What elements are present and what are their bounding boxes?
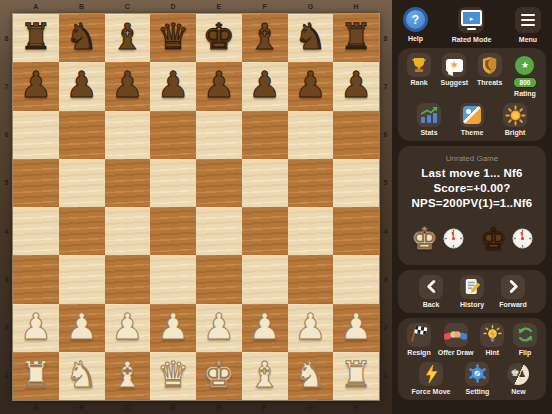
bright-button[interactable]: Bright: [501, 103, 529, 136]
engine-pv-text: NPS=200PV(1)=1..Nf6: [400, 196, 544, 211]
rating-button[interactable]: ★ 800 Rating: [511, 53, 539, 97]
suggest-label: Suggest: [441, 79, 469, 86]
square-f1[interactable]: ♝: [242, 352, 288, 400]
square-f7[interactable]: ♟: [242, 62, 288, 110]
rank-label-left-7: 7: [0, 62, 13, 110]
piece-black-pawn[interactable]: ♟: [248, 67, 280, 103]
new-game-icon: ♚♟: [506, 362, 530, 386]
square-e3[interactable]: [196, 255, 242, 303]
rank-label: Rank: [410, 79, 427, 86]
history-button[interactable]: History: [458, 275, 486, 308]
piece-white-knight[interactable]: ♞: [65, 357, 97, 393]
piece-white-pawn[interactable]: ♟: [65, 309, 97, 345]
square-e2[interactable]: ♟: [196, 304, 242, 352]
square-c7[interactable]: ♟: [105, 62, 151, 110]
file-labels-bottom: ABCDEFGH: [13, 401, 379, 414]
rating-badge: 800: [513, 77, 538, 88]
square-f6[interactable]: [242, 111, 288, 159]
square-g7[interactable]: ♟: [288, 62, 334, 110]
side-panel: ? Help ▸ Rated Mode Menu Rank ★: [392, 0, 552, 414]
force-move-button[interactable]: Force Move: [412, 362, 451, 395]
tools-card: Rank ★ Suggest Threats ★ 800 Rating: [398, 48, 546, 141]
rated-mode-label: Rated Mode: [452, 36, 492, 43]
file-label-bottom-d: D: [150, 401, 196, 414]
rating-label: Rating: [514, 90, 536, 97]
new-game-button[interactable]: ♚♟ New: [504, 362, 532, 395]
square-c5[interactable]: [105, 159, 151, 207]
question-mark-icon: ?: [403, 7, 428, 32]
actions-card: Resign Offer Draw Hint Flip: [398, 318, 546, 400]
new-label: New: [511, 388, 525, 395]
square-a6[interactable]: [13, 111, 59, 159]
rank-label-right-4: 4: [379, 207, 392, 255]
back-label: Back: [423, 301, 440, 308]
piece-black-rook[interactable]: ♜: [20, 19, 52, 55]
bright-label: Bright: [505, 129, 526, 136]
rank-label-right-3: 3: [379, 255, 392, 303]
resign-label: Resign: [407, 349, 430, 356]
square-c4[interactable]: [105, 207, 151, 255]
rotate-arrows-icon: [513, 323, 537, 347]
piece-black-bishop[interactable]: ♝: [111, 19, 143, 55]
back-button[interactable]: Back: [417, 275, 445, 308]
piece-white-bishop[interactable]: ♝: [111, 357, 143, 393]
rank-button[interactable]: Rank: [405, 53, 433, 86]
square-h8[interactable]: ♜: [333, 14, 379, 62]
piece-black-king[interactable]: ♚: [203, 19, 235, 55]
piece-black-bishop[interactable]: ♝: [248, 19, 280, 55]
file-label-bottom-b: B: [59, 401, 105, 414]
piece-white-queen[interactable]: ♛: [157, 357, 189, 393]
square-g1[interactable]: ♞: [288, 352, 334, 400]
flip-button[interactable]: Flip: [511, 323, 539, 356]
square-d4[interactable]: [150, 207, 196, 255]
square-h6[interactable]: [333, 111, 379, 159]
chevron-right-icon: [501, 275, 525, 299]
picture-icon: [460, 103, 484, 127]
piece-white-bishop[interactable]: ♝: [248, 357, 280, 393]
rated-mode-button[interactable]: ▸ Rated Mode: [452, 7, 492, 43]
file-label-top-f: F: [242, 0, 288, 13]
speech-star-icon: ★: [442, 53, 466, 77]
piece-white-pawn[interactable]: ♟: [294, 309, 326, 345]
menu-button[interactable]: Menu: [515, 7, 541, 43]
file-label-top-g: G: [288, 0, 334, 13]
rank-labels-left: 87654321: [0, 14, 13, 400]
square-a5[interactable]: [13, 159, 59, 207]
forward-button[interactable]: Forward: [499, 275, 527, 308]
help-label: Help: [408, 35, 423, 42]
monitor-play-icon: ▸: [458, 7, 484, 33]
piece-white-king[interactable]: ♚: [203, 357, 235, 393]
file-label-bottom-g: G: [288, 401, 334, 414]
piece-black-pawn[interactable]: ♟: [20, 67, 52, 103]
square-d2[interactable]: ♟: [150, 304, 196, 352]
square-d7[interactable]: ♟: [150, 62, 196, 110]
threats-button[interactable]: Threats: [476, 53, 504, 86]
game-mode-label: Unrated Game: [400, 154, 544, 163]
square-d3[interactable]: [150, 255, 196, 303]
square-e7[interactable]: ♟: [196, 62, 242, 110]
square-g8[interactable]: ♞: [288, 14, 334, 62]
stats-label: Stats: [420, 129, 437, 136]
theme-label: Theme: [461, 129, 484, 136]
square-b6[interactable]: [59, 111, 105, 159]
rank-label-left-6: 6: [0, 111, 13, 159]
lightbulb-icon: [480, 323, 504, 347]
flip-label: Flip: [519, 349, 531, 356]
square-b8[interactable]: ♞: [59, 14, 105, 62]
file-label-bottom-f: F: [242, 401, 288, 414]
square-f4[interactable]: [242, 207, 288, 255]
piece-white-pawn[interactable]: ♟: [248, 309, 280, 345]
rank-label-left-8: 8: [0, 14, 13, 62]
file-label-bottom-a: A: [13, 401, 59, 414]
piece-black-knight[interactable]: ♞: [294, 19, 326, 55]
piece-white-pawn[interactable]: ♟: [203, 309, 235, 345]
black-king-icon: ♚: [480, 224, 507, 254]
file-label-top-d: D: [150, 0, 196, 13]
piece-black-queen[interactable]: ♛: [157, 19, 189, 55]
top-button-row: ? Help ▸ Rated Mode Menu: [398, 4, 546, 43]
square-e5[interactable]: [196, 159, 242, 207]
help-button[interactable]: ? Help: [403, 7, 428, 42]
checkered-flag-icon: [407, 323, 431, 347]
square-a4[interactable]: [13, 207, 59, 255]
piece-black-pawn[interactable]: ♟: [65, 67, 97, 103]
square-g2[interactable]: ♟: [288, 304, 334, 352]
status-card: Unrated Game Last move 1... Nf6 Score=+0…: [398, 146, 546, 265]
square-h5[interactable]: [333, 159, 379, 207]
clocks-row: ♚ ♚: [400, 224, 544, 254]
force-move-label: Force Move: [412, 388, 451, 395]
square-e8[interactable]: ♚: [196, 14, 242, 62]
piece-white-rook[interactable]: ♜: [340, 357, 372, 393]
square-b2[interactable]: ♟: [59, 304, 105, 352]
score-text: Score=+0.00?: [400, 181, 544, 196]
square-d6[interactable]: [150, 111, 196, 159]
square-a7[interactable]: ♟: [13, 62, 59, 110]
rank-label-right-5: 5: [379, 159, 392, 207]
piece-white-knight[interactable]: ♞: [294, 357, 326, 393]
chess-board[interactable]: ♜♞♝♛♚♝♞♜♟♟♟♟♟♟♟♟♟♟♟♟♟♟♟♟♜♞♝♛♚♝♞♜: [13, 14, 379, 400]
file-label-bottom-h: H: [333, 401, 379, 414]
square-h2[interactable]: ♟: [333, 304, 379, 352]
chevron-left-icon: [419, 275, 443, 299]
last-move-text: Last move 1... Nf6: [400, 166, 544, 181]
square-b3[interactable]: [59, 255, 105, 303]
piece-black-pawn[interactable]: ♟: [203, 67, 235, 103]
square-f8[interactable]: ♝: [242, 14, 288, 62]
square-h3[interactable]: [333, 255, 379, 303]
square-e6[interactable]: [196, 111, 242, 159]
rank-label-right-6: 6: [379, 111, 392, 159]
white-clock-icon: [443, 228, 464, 249]
history-label: History: [460, 301, 484, 308]
document-pencil-icon: [460, 275, 484, 299]
lightning-icon: [419, 362, 443, 386]
shield-icon: [478, 53, 502, 77]
piece-black-pawn[interactable]: ♟: [157, 67, 189, 103]
file-label-top-c: C: [105, 0, 151, 13]
square-c1[interactable]: ♝: [105, 352, 151, 400]
rank-label-right-8: 8: [379, 14, 392, 62]
piece-black-rook[interactable]: ♜: [340, 19, 372, 55]
white-king-icon: ♚: [411, 224, 438, 254]
rank-label-right-1: 1: [379, 352, 392, 400]
file-label-top-e: E: [196, 0, 242, 13]
bar-chart-icon: [417, 103, 441, 127]
square-a8[interactable]: ♜: [13, 14, 59, 62]
piece-white-pawn[interactable]: ♟: [157, 309, 189, 345]
piece-white-pawn[interactable]: ♟: [20, 309, 52, 345]
square-b7[interactable]: ♟: [59, 62, 105, 110]
piece-black-pawn[interactable]: ♟: [340, 67, 372, 103]
square-d5[interactable]: [150, 159, 196, 207]
sun-icon: [503, 103, 527, 127]
black-clock-icon: [512, 228, 533, 249]
piece-black-pawn[interactable]: ♟: [294, 67, 326, 103]
setting-button[interactable]: Setting: [463, 362, 491, 395]
file-label-top-a: A: [13, 0, 59, 13]
square-b4[interactable]: [59, 207, 105, 255]
square-b1[interactable]: ♞: [59, 352, 105, 400]
square-f5[interactable]: [242, 159, 288, 207]
square-f3[interactable]: [242, 255, 288, 303]
forward-label: Forward: [499, 301, 527, 308]
theme-button[interactable]: Theme: [458, 103, 486, 136]
stats-button[interactable]: Stats: [415, 103, 443, 136]
rank-label-left-4: 4: [0, 207, 13, 255]
hint-button[interactable]: Hint: [478, 323, 506, 356]
star-circle-icon: ★: [513, 53, 537, 77]
square-d8[interactable]: ♛: [150, 14, 196, 62]
square-c8[interactable]: ♝: [105, 14, 151, 62]
square-a3[interactable]: [13, 255, 59, 303]
gear-wrench-icon: [465, 362, 489, 386]
file-label-top-b: B: [59, 0, 105, 13]
file-labels-top: ABCDEFGH: [13, 0, 379, 13]
square-h4[interactable]: [333, 207, 379, 255]
piece-white-pawn[interactable]: ♟: [340, 309, 372, 345]
piece-black-knight[interactable]: ♞: [65, 19, 97, 55]
square-e4[interactable]: [196, 207, 242, 255]
piece-white-pawn[interactable]: ♟: [111, 309, 143, 345]
square-c2[interactable]: ♟: [105, 304, 151, 352]
chess-board-frame: ABCDEFGH ABCDEFGH 87654321 87654321 ♜♞♝♛…: [0, 0, 392, 414]
resign-button[interactable]: Resign: [405, 323, 433, 356]
square-h1[interactable]: ♜: [333, 352, 379, 400]
hamburger-icon: [515, 7, 541, 33]
square-g3[interactable]: [288, 255, 334, 303]
threats-label: Threats: [477, 79, 502, 86]
rank-labels-right: 87654321: [379, 14, 392, 400]
rank-label-right-7: 7: [379, 62, 392, 110]
square-c3[interactable]: [105, 255, 151, 303]
hint-label: Hint: [485, 349, 499, 356]
file-label-bottom-c: C: [105, 401, 151, 414]
navigation-card: Back History Forward: [398, 270, 546, 313]
square-f2[interactable]: ♟: [242, 304, 288, 352]
square-d1[interactable]: ♛: [150, 352, 196, 400]
square-a1[interactable]: ♜: [13, 352, 59, 400]
square-g4[interactable]: [288, 207, 334, 255]
piece-white-rook[interactable]: ♜: [20, 357, 52, 393]
offer-draw-button[interactable]: Offer Draw: [438, 323, 474, 356]
file-label-top-h: H: [333, 0, 379, 13]
rank-label-left-5: 5: [0, 159, 13, 207]
piece-black-pawn[interactable]: ♟: [111, 67, 143, 103]
square-c6[interactable]: [105, 111, 151, 159]
rank-label-left-1: 1: [0, 352, 13, 400]
square-a2[interactable]: ♟: [13, 304, 59, 352]
square-h7[interactable]: ♟: [333, 62, 379, 110]
handshake-icon: [444, 323, 468, 347]
menu-label: Menu: [519, 36, 537, 43]
square-b5[interactable]: [59, 159, 105, 207]
rank-label-left-3: 3: [0, 255, 13, 303]
trophy-icon: [407, 53, 431, 77]
rank-label-right-2: 2: [379, 304, 392, 352]
suggest-button[interactable]: ★ Suggest: [440, 53, 468, 86]
square-g5[interactable]: [288, 159, 334, 207]
square-e1[interactable]: ♚: [196, 352, 242, 400]
offer-draw-label: Offer Draw: [438, 349, 474, 356]
rank-label-left-2: 2: [0, 304, 13, 352]
square-g6[interactable]: [288, 111, 334, 159]
file-label-bottom-e: E: [196, 401, 242, 414]
setting-label: Setting: [466, 388, 490, 395]
